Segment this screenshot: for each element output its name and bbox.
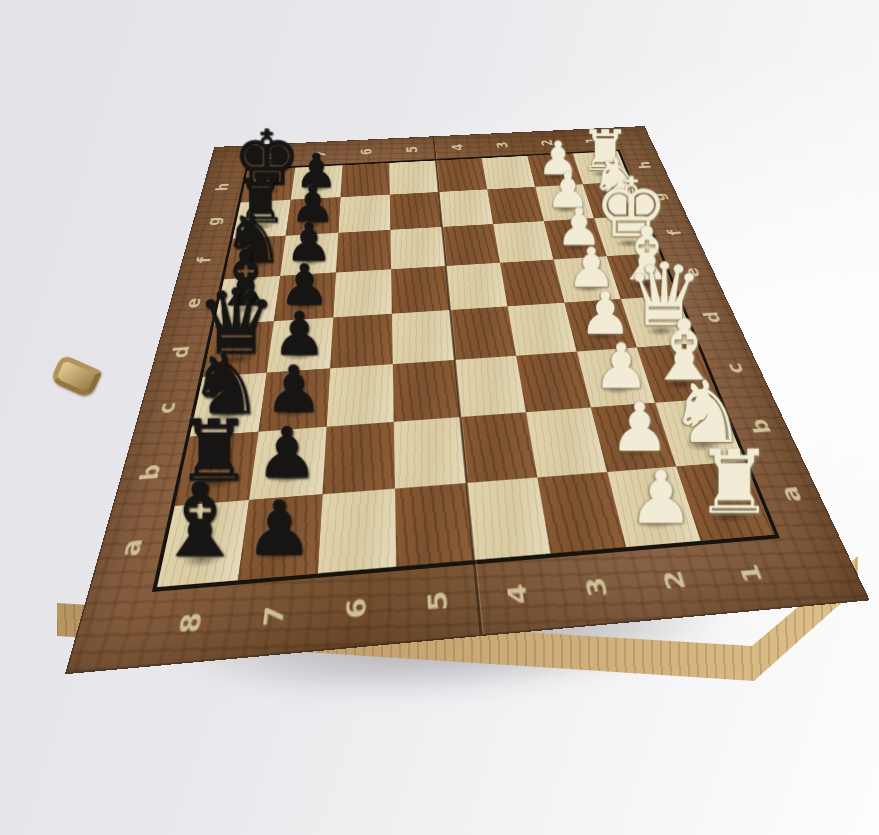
coord-label-left-a: a [114,538,148,558]
white-pawn-b2: ♟ [609,394,669,461]
playing-area: ♚♟♟♜♜♟♟♞♞♟♟♚♝♟♟♝♛♟♟♛♞♟♟♝♜♟♟♞♝♟♟♜ [152,150,780,592]
black-bishop-a8: ♝ [154,469,246,572]
coord-slot: 6 [314,579,398,640]
coord-slot: 3 [478,136,526,154]
coord-label-bottom-1: 1 [733,562,769,584]
square-c5 [393,360,460,422]
coord-label-bottom-3: 3 [579,576,613,599]
coord-label-top-4: 4 [448,144,466,151]
square-e6 [333,269,392,317]
square-h5 [389,161,438,195]
coord-slot: 6 [343,143,389,161]
coord-label-left-g: g [203,217,225,227]
square-f3 [493,221,553,263]
square-h3 [482,156,536,190]
square-f6 [336,230,391,273]
square-a6 [318,489,397,574]
square-d4 [450,306,516,360]
square-d3 [508,303,577,356]
black-pawn-b7: ♟ [256,419,318,488]
coord-slot: 1 [705,546,800,603]
square-b6 [322,422,395,494]
coord-label-top-6: 6 [357,148,375,155]
square-f4 [442,224,500,266]
coord-label-left-h: h [212,183,233,192]
white-pawn-a2: ♟ [628,461,693,534]
square-a4 [467,477,551,560]
coord-slot: 4 [434,138,481,156]
black-pawn-a7: ♟ [245,491,313,566]
square-g6 [338,195,390,233]
square-d5 [392,310,455,364]
square-d6 [330,314,393,369]
square-b5 [394,417,467,489]
square-e4 [446,263,508,310]
square-h6 [340,163,389,197]
coord-slot: 5 [389,141,435,159]
coord-label-bottom-4: 4 [501,583,534,606]
coord-label-bottom-7: 7 [257,604,291,628]
square-c6 [327,364,394,427]
photo-scene: 87654321 87654321 hgfedcba hgfedcba ♚♟♟♜… [0,0,879,835]
square-c4 [455,356,526,417]
square-g5 [390,192,442,230]
square-a7: ♟ [238,494,323,580]
square-a5 [395,483,474,567]
coord-label-bottom-8: 8 [173,611,209,635]
coord-label-bottom-2: 2 [657,569,692,591]
square-f5 [390,227,445,269]
coord-label-right-a: a [774,485,808,503]
square-g3 [487,187,544,224]
coord-label-top-5: 5 [403,146,421,153]
coord-slot: 2 [629,552,721,610]
chess-board: 87654321 87654321 hgfedcba hgfedcba ♚♟♟♜… [67,127,868,673]
square-a8: ♝ [157,500,249,587]
coord-label-top-3: 3 [493,141,511,148]
coord-slot: 7 [229,585,317,647]
coord-slot: 5 [397,572,481,632]
coord-label-bottom-5: 5 [422,589,454,612]
square-e5 [391,266,450,314]
coord-slot: 8 [142,592,236,655]
square-h4 [436,158,488,192]
coord-label-bottom-6: 6 [340,596,371,620]
coord-slot: 3 [553,558,642,617]
white-rook-a1: ♜ [695,440,774,528]
square-e3 [500,260,565,307]
square-g4 [439,189,494,227]
square-b4 [460,412,537,483]
coord-slot: 4 [475,565,562,624]
